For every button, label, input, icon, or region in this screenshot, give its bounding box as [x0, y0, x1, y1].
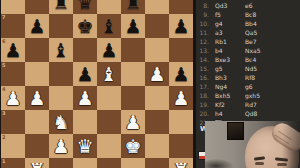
chess-board[interactable]: 8♜♛♜7♟♚♝♟♟6♟♝♟5♟♝♟♟4♟♟♟♟3♞♟2♟♛♚1♜♜ — [1, 0, 193, 168]
move-row: 18.Bxh5gxh5 — [196, 91, 300, 100]
piece-black-pawn[interactable]: ♟ — [1, 38, 25, 62]
square-f4[interactable] — [121, 86, 145, 110]
square-g3[interactable] — [145, 110, 169, 134]
piece-black-king[interactable]: ♚ — [73, 14, 97, 38]
square-h2[interactable] — [169, 134, 193, 158]
rank-label: 1 — [2, 158, 5, 164]
black-move[interactable]: Be7 — [245, 37, 257, 46]
piece-white-rook[interactable]: ♜ — [25, 158, 49, 168]
move-row: 11.a3Qa5 — [196, 28, 300, 37]
square-f1[interactable] — [121, 158, 145, 168]
piece-black-queen[interactable]: ♛ — [73, 0, 97, 14]
square-d6[interactable] — [73, 38, 97, 62]
square-e7[interactable]: ♝ — [97, 14, 121, 38]
white-move[interactable]: Bh3 — [215, 73, 245, 82]
square-a7[interactable]: 7 — [1, 14, 25, 38]
move-row: 8.Qd3e6 — [196, 1, 300, 10]
left-eye — [255, 162, 264, 165]
piece-white-king[interactable]: ♚ — [121, 134, 145, 158]
square-c4[interactable] — [49, 86, 73, 110]
black-move[interactable]: Rd7 — [245, 100, 257, 109]
move-row: 10.g4Bb4 — [196, 19, 300, 28]
move-row: 12.Rb1Be7 — [196, 37, 300, 46]
square-d7[interactable]: ♚ — [73, 14, 97, 38]
square-c1[interactable] — [49, 158, 73, 168]
piece-white-pawn[interactable]: ♟ — [169, 86, 193, 110]
piece-black-rook[interactable]: ♜ — [49, 0, 73, 14]
square-h3[interactable] — [169, 110, 193, 134]
move-row: 9.f5Bc8 — [196, 10, 300, 19]
piece-white-pawn[interactable]: ♟ — [1, 86, 25, 110]
square-c5[interactable] — [49, 62, 73, 86]
black-move[interactable]: gxh5 — [245, 91, 260, 100]
piece-white-knight[interactable]: ♞ — [49, 110, 73, 134]
piece-black-pawn[interactable]: ♟ — [169, 14, 193, 38]
move-number: 8. — [196, 1, 209, 10]
piece-white-pawn[interactable]: ♟ — [145, 62, 169, 86]
piece-white-queen[interactable]: ♛ — [73, 134, 97, 158]
rank-label: 7 — [2, 14, 5, 20]
move-number: 16. — [196, 73, 209, 82]
webcam-shadow-edge — [282, 121, 300, 168]
square-g8[interactable] — [145, 0, 169, 14]
black-move[interactable]: g6 — [245, 82, 253, 91]
square-g1[interactable] — [145, 158, 169, 168]
black-move[interactable]: e6 — [245, 1, 253, 10]
square-g6[interactable] — [145, 38, 169, 62]
black-move[interactable]: Nxa5 — [245, 46, 261, 55]
move-number: 9. — [196, 10, 209, 19]
rank-label: 3 — [2, 110, 5, 116]
move-number: 10. — [196, 19, 209, 28]
piece-white-pawn[interactable]: ♟ — [49, 134, 73, 158]
square-c7[interactable] — [49, 14, 73, 38]
square-a8[interactable]: 8 — [1, 0, 25, 14]
piece-white-pawn[interactable]: ♟ — [25, 86, 49, 110]
square-g2[interactable] — [145, 134, 169, 158]
square-h8[interactable] — [169, 0, 193, 14]
square-e2[interactable] — [97, 134, 121, 158]
black-move[interactable]: Qa5 — [245, 28, 257, 37]
move-row: 16.Bh3Rf8 — [196, 73, 300, 82]
square-d3[interactable] — [73, 110, 97, 134]
white-move[interactable]: Bxh5 — [215, 91, 245, 100]
square-e1[interactable] — [97, 158, 121, 168]
white-move[interactable]: h4 — [215, 109, 245, 118]
square-c2[interactable]: ♟ — [49, 134, 73, 158]
move-number: 20. — [196, 109, 209, 118]
square-h6[interactable] — [169, 38, 193, 62]
square-f8[interactable]: ♜ — [121, 0, 145, 14]
square-e8[interactable] — [97, 0, 121, 14]
black-move[interactable]: Qd8 — [245, 109, 257, 118]
move-number: 17. — [196, 82, 209, 91]
square-b6[interactable] — [25, 38, 49, 62]
piece-black-pawn[interactable]: ♟ — [121, 14, 145, 38]
square-a2[interactable]: 2 — [1, 134, 25, 158]
move-number: 11. — [196, 28, 209, 37]
square-g4[interactable] — [145, 86, 169, 110]
chess-board-area: 8♜♛♜7♟♚♝♟♟6♟♝♟5♟♝♟♟4♟♟♟♟3♞♟2♟♛♚1♜♜ — [0, 0, 193, 168]
square-h5[interactable]: ♟ — [169, 62, 193, 86]
move-row: 20.h4Qd8 — [196, 109, 300, 118]
square-g7[interactable] — [145, 14, 169, 38]
move-row: 15.g5Nd5 — [196, 64, 300, 73]
move-row: 14.Bxe3Bc4 — [196, 55, 300, 64]
square-c6[interactable]: ♝ — [49, 38, 73, 62]
square-c3[interactable]: ♞ — [49, 110, 73, 134]
white-move[interactable]: g5 — [215, 64, 245, 73]
piece-white-pawn[interactable]: ♟ — [73, 86, 97, 110]
rank-label: 2 — [2, 134, 5, 140]
piece-black-bishop[interactable]: ♝ — [97, 14, 121, 38]
square-b1[interactable]: ♜ — [25, 158, 49, 168]
square-d2[interactable]: ♛ — [73, 134, 97, 158]
white-move[interactable]: Ng4 — [215, 82, 245, 91]
piece-white-pawn[interactable]: ♟ — [121, 110, 145, 134]
square-h7[interactable]: ♟ — [169, 14, 193, 38]
square-d4[interactable]: ♟ — [73, 86, 97, 110]
square-f2[interactable]: ♚ — [121, 134, 145, 158]
white-move[interactable]: Bxe3 — [215, 55, 245, 64]
white-move[interactable]: f5 — [215, 10, 245, 19]
rank-label: 5 — [2, 62, 5, 68]
move-list: 8.Qd3e69.f5Bc810.g4Bb411.a3Qa512.Rb1Be71… — [196, 1, 300, 127]
white-move[interactable]: Qd3 — [215, 1, 245, 10]
square-b5[interactable] — [25, 62, 49, 86]
black-move[interactable]: Bc4 — [245, 55, 256, 64]
move-number: 18. — [196, 91, 209, 100]
square-a6[interactable]: 6♟ — [1, 38, 25, 62]
piece-black-pawn[interactable]: ♟ — [25, 14, 49, 38]
black-move[interactable]: Nd5 — [245, 64, 257, 73]
square-h4[interactable]: ♟ — [169, 86, 193, 110]
move-number: 19. — [196, 100, 209, 109]
piece-black-pawn[interactable]: ♟ — [169, 62, 193, 86]
square-b2[interactable] — [25, 134, 49, 158]
move-number: 14. — [196, 55, 209, 64]
square-b8[interactable] — [25, 0, 49, 14]
square-f3[interactable]: ♟ — [121, 110, 145, 134]
square-b3[interactable] — [25, 110, 49, 134]
white-move[interactable]: Kf2 — [215, 100, 245, 109]
piece-black-rook[interactable]: ♜ — [121, 0, 145, 14]
black-move[interactable]: Bc8 — [245, 10, 256, 19]
black-move[interactable]: Rf8 — [245, 73, 255, 82]
square-f7[interactable]: ♟ — [121, 14, 145, 38]
square-h1[interactable]: ♜ — [169, 158, 193, 168]
move-row: 13.b4Nxa5 — [196, 46, 300, 55]
square-d1[interactable] — [73, 158, 97, 168]
move-number: 13. — [196, 46, 209, 55]
piece-white-bishop[interactable]: ♝ — [97, 62, 121, 86]
square-a1[interactable]: 1 — [1, 158, 25, 168]
square-f6[interactable] — [121, 38, 145, 62]
square-b7[interactable]: ♟ — [25, 14, 49, 38]
person-shoulder — [205, 159, 233, 168]
square-e5[interactable]: ♝ — [97, 62, 121, 86]
square-g5[interactable]: ♟ — [145, 62, 169, 86]
move-row: 19.Kf2Rd7 — [196, 100, 300, 109]
wall-picture-frame — [227, 122, 244, 140]
piece-white-rook[interactable]: ♜ — [169, 158, 193, 168]
square-e6[interactable]: ♟ — [97, 38, 121, 62]
white-move[interactable]: Rb1 — [215, 37, 245, 46]
app-window: 8♜♛♜7♟♚♝♟♟6♟♝♟5♟♝♟♟4♟♟♟♟3♞♟2♟♛♚1♜♜ 8.Qd3… — [0, 0, 300, 168]
piece-black-pawn[interactable]: ♟ — [97, 38, 121, 62]
square-d8[interactable]: ♛ — [73, 0, 97, 14]
square-e4[interactable] — [97, 86, 121, 110]
square-a4[interactable]: 4♟ — [1, 86, 25, 110]
square-a3[interactable]: 3 — [1, 110, 25, 134]
square-a5[interactable]: 5 — [1, 62, 25, 86]
square-f5[interactable] — [121, 62, 145, 86]
black-move[interactable]: Bb4 — [245, 19, 257, 28]
square-c8[interactable]: ♜ — [49, 0, 73, 14]
webcam-video — [205, 121, 300, 168]
piece-black-pawn[interactable]: ♟ — [73, 62, 97, 86]
white-move[interactable]: g4 — [215, 19, 245, 28]
move-number: 15. — [196, 64, 209, 73]
square-e3[interactable] — [97, 110, 121, 134]
move-row: 17.Ng4g6 — [196, 82, 300, 91]
white-move[interactable]: a3 — [215, 28, 245, 37]
square-b4[interactable]: ♟ — [25, 86, 49, 110]
white-move[interactable]: b4 — [215, 46, 245, 55]
piece-black-bishop[interactable]: ♝ — [49, 38, 73, 62]
move-number: 12. — [196, 37, 209, 46]
square-d5[interactable]: ♟ — [73, 62, 97, 86]
